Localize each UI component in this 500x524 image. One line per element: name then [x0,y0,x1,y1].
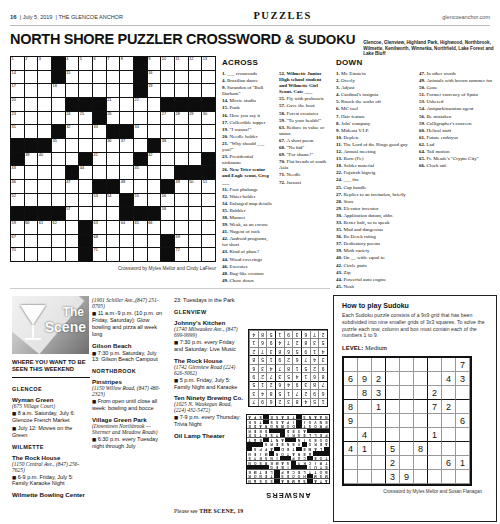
sudoku-cell: 6 [275,381,284,389]
crossword-cell[interactable] [161,125,174,138]
crossword-cell[interactable] [202,125,215,138]
crossword-cell[interactable] [38,248,51,261]
crossword-cell[interactable] [25,235,38,248]
sudoku-cell[interactable] [358,456,372,470]
sudoku-cell[interactable]: 6 [344,372,358,386]
crossword-cell[interactable] [66,235,79,248]
sudoku-cell[interactable] [428,456,442,470]
answer-letter-cell: N [274,438,279,442]
crossword-cell[interactable]: 70 [11,248,24,261]
crossword-cell[interactable]: 67 [11,235,24,248]
crossword-cell[interactable] [134,112,147,125]
crossword-cell[interactable] [189,248,202,261]
sudoku-cell[interactable]: 7 [428,400,442,414]
sudoku-cell[interactable] [358,358,372,372]
sudoku-cell[interactable]: 8 [414,442,428,456]
crossword-cell[interactable] [52,235,65,248]
crossword-cell[interactable] [52,153,65,166]
sudoku-cell[interactable] [400,442,414,456]
crossword-cell[interactable] [202,139,215,152]
crossword-cell[interactable] [25,71,38,84]
sudoku-cell: 1 [318,398,327,406]
crossword-cell[interactable]: 14 [11,71,24,84]
website-url: glencoeanchor.com [442,14,490,20]
sudoku-cell[interactable]: 4 [344,442,358,456]
answer-letter-cell: N [269,456,274,460]
sudoku-cell[interactable] [442,442,456,456]
crossword-cell[interactable]: 27 [161,112,174,125]
crossword-cell[interactable]: 68 [93,235,106,248]
sudoku-cell[interactable]: 4 [442,372,456,386]
sudoku-cell[interactable] [456,400,470,414]
sudoku-cell[interactable]: 1 [428,428,442,442]
crossword-cell[interactable]: 4 [66,57,79,70]
crossword-cell[interactable] [189,235,202,248]
crossword-cell[interactable]: 62 [52,221,65,234]
crossword-cell[interactable] [189,221,202,234]
crossword-cell[interactable] [38,194,51,207]
crossword-cell[interactable]: 49 [175,180,188,193]
crossword-cell[interactable] [148,98,161,111]
sudoku-cell[interactable]: 2 [386,456,400,470]
crossword-cell[interactable]: 40 [38,153,51,166]
crossword-cell[interactable]: 44 [79,166,92,179]
crossword-cell[interactable] [66,139,79,152]
crossword-cell[interactable] [175,153,188,166]
crossword-cell[interactable]: 1 [11,57,24,70]
sudoku-cell[interactable]: 8 [344,400,358,414]
crossword-cell[interactable] [120,248,133,261]
crossword-cell[interactable]: 37 [120,139,133,152]
sudoku-instructions: Each Sudoku puzzle consists of a 9x9 gri… [342,312,488,339]
crossword-cell[interactable] [25,125,38,138]
answer-black-cell [263,465,268,469]
crossword-cell[interactable]: 29 [189,112,202,125]
crossword-cell[interactable]: 63 [93,221,106,234]
crossword-cell[interactable]: 3 [38,57,51,70]
crossword-cell[interactable]: 30 [202,112,215,125]
crossword-cell[interactable]: 20 [11,98,24,111]
crossword-cell[interactable] [175,125,188,138]
sudoku-cell[interactable] [414,414,428,428]
sudoku-cell[interactable]: 1 [372,400,386,414]
publication-name: THE GLENCOE ANCHOR [58,14,122,20]
crossword-cell[interactable] [175,207,188,220]
crossword-cell[interactable]: 65 [134,221,147,234]
crossword-cell[interactable]: 32 [66,125,79,138]
crossword-cell[interactable]: 19 [148,84,161,97]
crossword-cell[interactable] [189,84,202,97]
crossword-cell[interactable] [79,125,92,138]
sudoku-cell[interactable] [414,456,428,470]
crossword-cell[interactable]: 51 [202,180,215,193]
across-clue: 15. Punk [222,105,273,111]
sudoku-cell[interactable]: 1 [358,442,372,456]
sudoku-cell[interactable] [358,400,372,414]
crossword-cell[interactable]: 50 [189,180,202,193]
crossword-cell[interactable] [120,166,133,179]
crossword-cell[interactable]: 16 [148,71,161,84]
crossword-cell[interactable] [79,180,92,193]
sudoku-cell[interactable] [386,372,400,386]
crossword-cell[interactable]: 36 [107,139,120,152]
crossword-cell[interactable] [25,84,38,97]
crossword-cell[interactable] [93,139,106,152]
across-clue: 9. Sarandon of "Bull Durham" [222,85,273,97]
crossword-cell[interactable]: 42 [148,153,161,166]
crossword-cell[interactable] [79,207,92,220]
crossword-cell[interactable] [93,166,106,179]
sudoku-cell[interactable] [372,442,386,456]
sudoku-cell[interactable] [400,386,414,400]
crossword-cell[interactable] [161,71,174,84]
sudoku-cell[interactable] [400,428,414,442]
sudoku-cell[interactable] [428,470,442,484]
crossword-black-cell [134,153,147,166]
down-clue: 56. Be mistaken [419,114,496,120]
crossword-black-cell [79,153,92,166]
crossword-cell[interactable] [25,112,38,125]
crossword-cell[interactable] [52,166,65,179]
crossword-cell[interactable] [202,194,215,207]
answer-letter-cell: N [247,479,252,483]
crossword-cell[interactable] [79,71,92,84]
sudoku-cell[interactable] [442,386,456,400]
crossword-cell[interactable] [161,153,174,166]
sudoku-cell[interactable]: 8 [358,386,372,400]
sudoku-cell[interactable]: 9 [344,414,358,428]
sudoku-cell[interactable] [344,358,358,372]
crossword-cell[interactable]: 52 [11,194,24,207]
crossword-cell[interactable]: 34 [134,125,147,138]
sudoku-cell[interactable]: 2 [428,386,442,400]
crossword-cell[interactable]: 64 [120,221,133,234]
crossword-cell[interactable] [189,71,202,84]
crossword-cell[interactable] [120,235,133,248]
crossword-cell[interactable]: 60 [25,221,38,234]
sudoku-cell[interactable] [400,372,414,386]
sudoku-cell[interactable] [372,428,386,442]
crossword-cell[interactable]: 53 [93,194,106,207]
crossword-cell[interactable] [148,248,161,261]
crossword-cell[interactable] [107,207,120,220]
crossword-cell[interactable] [25,166,38,179]
sudoku-cell[interactable] [400,414,414,428]
sudoku-cell[interactable] [414,358,428,372]
crossword-cell[interactable] [202,248,215,261]
sudoku-cell[interactable] [344,456,358,470]
crossword-cell[interactable] [52,98,65,111]
crossword-cell[interactable] [25,194,38,207]
sudoku-cell[interactable] [386,428,400,442]
answer-letter-cell: E [269,415,274,419]
crossword-cell[interactable] [107,166,120,179]
crossword-cell[interactable] [107,221,120,234]
down-clue: 3. Adjust [336,85,413,91]
crossword-cell[interactable] [25,98,38,111]
crossword-cell[interactable] [52,112,65,125]
answer-letter-cell: E [318,442,323,446]
crossword-cell[interactable]: 9 [148,57,161,70]
crossword-cell[interactable] [66,84,79,97]
answer-letter-cell: L [269,470,274,474]
crossword-cell[interactable] [120,153,133,166]
crossword-cell[interactable]: 38 [161,139,174,152]
sudoku-cell[interactable]: 3 [456,372,470,386]
sudoku-cell[interactable]: 3 [372,386,386,400]
crossword-cell[interactable] [66,248,79,261]
sudoku-cell[interactable] [414,386,428,400]
crossword-cell[interactable] [161,221,174,234]
crossword-cell[interactable]: 66 [148,221,161,234]
crossword-cell[interactable] [66,194,79,207]
crossword-cell[interactable] [202,235,215,248]
answers-inset: ANSWERS ATASAMBASUSANMGMHOODSTENORBOTTLE… [245,329,331,500]
crossword-cell[interactable]: 69 [175,235,188,248]
crossword-cell[interactable] [189,139,202,152]
sudoku-cell: 6 [249,364,258,372]
sudoku-cell[interactable] [372,456,386,470]
crossword-cell[interactable]: 58 [161,207,174,220]
sudoku-cell[interactable]: 1 [456,456,470,470]
crossword-cell[interactable] [175,221,188,234]
crossword-black-cell [52,125,65,138]
crossword-cell[interactable] [189,194,202,207]
crossword-cell[interactable]: 15 [66,71,79,84]
sudoku-cell: 8 [292,398,301,406]
crossword-cell[interactable] [52,180,65,193]
crossword-cell[interactable] [120,98,133,111]
crossword-cell[interactable] [107,84,120,97]
crossword-cell[interactable]: 10 [161,57,174,70]
sudoku-cell[interactable]: 5 [386,442,400,456]
sudoku-cell[interactable] [344,428,358,442]
crossword-cell[interactable] [25,248,38,261]
sudoku-cell[interactable] [344,386,358,400]
crossword-cell[interactable]: 71 [93,248,106,261]
crossword-cell[interactable]: 57 [66,207,79,220]
answer-black-cell [296,420,301,424]
crossword-cell[interactable]: 31 [11,125,24,138]
sudoku-cell[interactable] [442,358,456,372]
crossword-cell[interactable]: 13 [202,57,215,70]
sudoku-cell[interactable] [372,470,386,484]
crossword-cell[interactable]: 17 [11,84,24,97]
sudoku-cell[interactable] [400,400,414,414]
crossword-cell[interactable]: 2 [25,57,38,70]
sudoku-cell[interactable] [358,414,372,428]
crossword-cell[interactable] [38,84,51,97]
crossword-cell[interactable] [202,207,215,220]
sudoku-cell: 8 [284,364,293,372]
crossword-cell[interactable] [66,153,79,166]
crossword-cell[interactable]: 22 [134,98,147,111]
crossword-cell[interactable] [175,84,188,97]
crossword-cell[interactable]: 43 [11,166,24,179]
crossword-cell[interactable]: 55 [134,194,147,207]
crossword-cell[interactable] [148,235,161,248]
sudoku-cell[interactable]: 4 [358,428,372,442]
crossword-cell[interactable] [148,125,161,138]
crossword-cell[interactable]: 45 [134,166,147,179]
sudoku-cell[interactable]: 6 [442,456,456,470]
sudoku-cell[interactable] [386,400,400,414]
crossword-cell[interactable] [38,235,51,248]
crossword-cell[interactable] [202,71,215,84]
sudoku-cell[interactable] [344,470,358,484]
down-clue: 39. Moth variety [336,248,413,254]
sudoku-cell[interactable] [372,414,386,428]
crossword-cell[interactable] [120,84,133,97]
crossword-cell[interactable] [175,71,188,84]
crossword-cell[interactable]: 24 [66,112,79,125]
crossword-cell[interactable] [202,84,215,97]
crossword-cell[interactable] [52,248,65,261]
crossword-cell[interactable]: 48 [120,180,133,193]
sudoku-cell[interactable] [442,428,456,442]
crossword-cell[interactable] [38,98,51,111]
crossword-cell[interactable]: 7 [107,57,120,70]
sudoku-cell[interactable] [414,372,428,386]
sudoku-cell[interactable] [358,470,372,484]
crossword-cell[interactable]: 35 [52,139,65,152]
crossword-cell[interactable] [189,153,202,166]
crossword-cell[interactable] [38,125,51,138]
answer-letter-cell: M [324,474,329,478]
crossword-cell[interactable] [161,166,174,179]
crossword-cell[interactable] [79,194,92,207]
sudoku-cell[interactable]: 6 [456,414,470,428]
sudoku-cell[interactable] [386,414,400,428]
crossword-cell[interactable]: 11 [175,57,188,70]
sudoku-cell[interactable] [456,386,470,400]
crossword-cell[interactable]: 72 [175,248,188,261]
crossword-cell[interactable] [148,194,161,207]
crossword-cell[interactable] [175,194,188,207]
sudoku-cell[interactable] [414,428,428,442]
sudoku-cell[interactable] [428,372,442,386]
sudoku-cell[interactable]: 2 [442,400,456,414]
crossword-cell[interactable] [93,71,106,84]
crossword-cell[interactable]: 59 [11,221,24,234]
crossword-cell[interactable] [175,139,188,152]
crossword-cell[interactable]: 54 [107,194,120,207]
crossword-cell[interactable]: 8 [120,57,133,70]
crossword-cell[interactable] [107,235,120,248]
sudoku-cell: 2 [258,372,267,380]
sudoku-cell[interactable]: 9 [400,470,414,484]
sudoku-cell[interactable] [456,442,470,456]
sudoku-cell[interactable] [428,442,442,456]
sudoku-cell[interactable] [428,414,442,428]
crossword-cell[interactable] [93,207,106,220]
crossword-cell[interactable] [134,248,147,261]
clue-number: 57 [66,207,70,212]
crossword-cell[interactable] [148,180,161,193]
sudoku-cell[interactable]: 9 [358,372,372,386]
crossword-cell[interactable]: 61 [38,221,51,234]
answer-black-cell [313,429,318,433]
crossword-cell[interactable] [79,139,92,152]
crossword-cell[interactable]: 26 [107,112,120,125]
sudoku-cell[interactable] [414,470,428,484]
crossword-cell[interactable]: 47 [66,180,79,193]
crossword-cell[interactable] [107,71,120,84]
crossword-cell[interactable] [52,194,65,207]
crossword-cell[interactable]: 25 [79,112,92,125]
crossword-cell[interactable] [79,84,92,97]
crossword-cell[interactable] [25,180,38,193]
crossword-cell[interactable]: 23 [11,112,24,125]
crossword-cell[interactable] [38,180,51,193]
crossword-cell[interactable]: 33 [93,125,106,138]
sudoku-cell[interactable]: 3 [386,470,400,484]
crossword-cell[interactable] [134,235,147,248]
crossword-cell[interactable]: 6 [93,57,106,70]
crossword-cell[interactable]: 21 [107,98,120,111]
sudoku-cell[interactable] [414,400,428,414]
crossword-grid[interactable]: 1234567891011121314151617181920212223242… [10,56,216,262]
across-clue: 23. Presidential nickname [222,154,273,166]
clue-number: 72 [176,248,180,253]
crossword-cell[interactable]: 39 [25,153,38,166]
crossword-cell[interactable]: 18 [52,84,65,97]
crossword-cell[interactable]: 28 [175,112,188,125]
sudoku-cell[interactable] [442,470,456,484]
crossword-cell[interactable] [107,248,120,261]
page-number: 16 [10,14,17,20]
sudoku-cell[interactable] [386,358,400,372]
crossword-cell[interactable] [202,221,215,234]
sudoku-cell[interactable] [400,358,414,372]
sudoku-grid[interactable]: 76924383281729641415826139 [342,356,472,486]
sudoku-cell[interactable] [442,414,456,428]
crossword-cell[interactable] [189,125,202,138]
crossword-cell[interactable] [107,153,120,166]
sudoku-cell[interactable] [372,358,386,372]
crossword-cell[interactable]: 12 [189,57,202,70]
crossword-cell[interactable] [38,71,51,84]
sudoku-cell[interactable] [456,428,470,442]
answer-letter-cell: E [302,433,307,437]
sudoku-cell[interactable] [400,456,414,470]
sudoku-cell[interactable]: 7 [456,358,470,372]
answer-letter-cell: A [324,442,329,446]
crossword-cell[interactable] [93,84,106,97]
crossword-cell[interactable]: 56 [161,194,174,207]
crossword-cell[interactable] [120,112,133,125]
crossword-cell[interactable]: 5 [79,57,92,70]
crossword-cell[interactable] [189,207,202,220]
crossword-cell[interactable] [66,221,79,234]
sudoku-cell[interactable] [428,358,442,372]
crossword-cell[interactable] [161,84,174,97]
sudoku-cell[interactable] [386,386,400,400]
crossword-cell[interactable] [148,166,161,179]
crossword-cell[interactable] [148,112,161,125]
crossword-cell[interactable]: 41 [93,153,106,166]
crossword-cell[interactable] [120,71,133,84]
crossword-cell[interactable] [134,180,147,193]
answer-letter-cell: T [291,447,296,451]
crossword-cell[interactable]: 46 [11,180,24,193]
sudoku-cell[interactable] [456,470,470,484]
sudoku-cell[interactable]: 2 [372,372,386,386]
crossword-cell[interactable] [38,166,51,179]
crossword-cell[interactable] [38,112,51,125]
crossword-answer-grid: ATASAMBASUSANMGMHOODSTENORBOTTLECAPLETME… [246,414,330,484]
crossword-cell[interactable] [134,139,147,152]
